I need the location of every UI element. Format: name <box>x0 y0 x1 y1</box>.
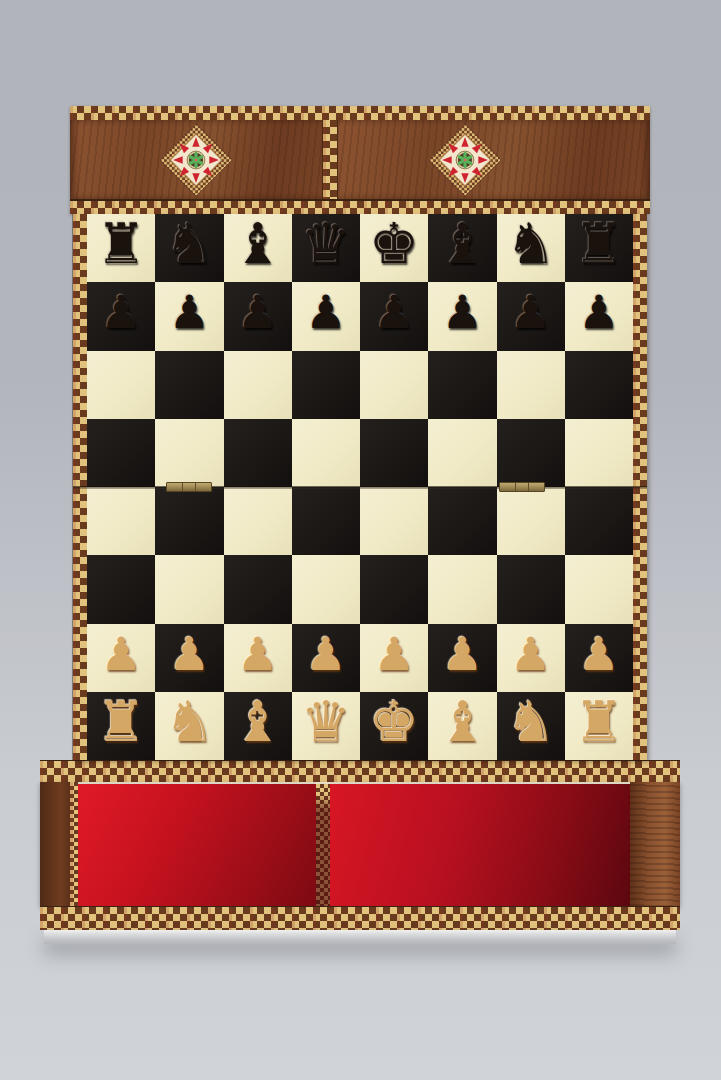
box-lid <box>70 106 650 214</box>
square-h2[interactable]: ♟ <box>565 624 633 692</box>
square-e5[interactable] <box>360 419 428 487</box>
square-d5[interactable] <box>292 419 360 487</box>
square-e1[interactable]: ♚ <box>360 692 428 760</box>
chess-box: ♜♞♝♛♚♝♞♜♟♟♟♟♟♟♟♟♟♟♟♟♟♟♟♟♜♞♝♛♚♝♞♜ <box>40 106 680 944</box>
tray-inner-edge <box>70 782 78 906</box>
square-f3[interactable] <box>428 555 496 623</box>
piece-white-pawn[interactable]: ♟ <box>237 631 278 677</box>
marquetry-border-board-bottom <box>40 760 680 782</box>
square-a7[interactable]: ♟ <box>87 282 155 350</box>
piece-black-bishop[interactable]: ♝ <box>233 216 283 272</box>
square-c6[interactable] <box>224 351 292 419</box>
lid-left-panel <box>70 120 322 199</box>
photo-background: { "game": "chess", "scene_description": … <box>0 0 721 1080</box>
marquetry-border-lid-bottom <box>70 200 650 214</box>
tray-divider <box>316 782 330 906</box>
piece-black-pawn[interactable]: ♟ <box>510 289 551 335</box>
piece-black-pawn[interactable]: ♟ <box>374 289 415 335</box>
piece-white-pawn[interactable]: ♟ <box>442 631 483 677</box>
piece-white-bishop[interactable]: ♝ <box>437 694 487 750</box>
square-e2[interactable]: ♟ <box>360 624 428 692</box>
board-fold-seam <box>73 486 647 489</box>
square-b1[interactable]: ♞ <box>155 692 223 760</box>
square-c4[interactable] <box>224 487 292 555</box>
square-a5[interactable] <box>87 419 155 487</box>
inlay-medallion-right <box>428 123 502 197</box>
square-f2[interactable]: ♟ <box>428 624 496 692</box>
square-f4[interactable] <box>428 487 496 555</box>
piece-white-knight[interactable]: ♞ <box>506 694 556 750</box>
tray-right-wall <box>630 782 680 906</box>
square-b6[interactable] <box>155 351 223 419</box>
square-e3[interactable] <box>360 555 428 623</box>
square-h7[interactable]: ♟ <box>565 282 633 350</box>
lid-right-panel <box>338 120 650 199</box>
piece-black-knight[interactable]: ♞ <box>506 216 556 272</box>
square-b8[interactable]: ♞ <box>155 214 223 282</box>
piece-black-king[interactable]: ♚ <box>369 216 419 272</box>
square-f8[interactable]: ♝ <box>428 214 496 282</box>
piece-white-queen[interactable]: ♛ <box>301 694 351 750</box>
square-d3[interactable] <box>292 555 360 623</box>
storage-tray <box>40 782 680 906</box>
piece-white-rook[interactable]: ♜ <box>574 694 624 750</box>
square-f5[interactable] <box>428 419 496 487</box>
square-h4[interactable] <box>565 487 633 555</box>
board-frame: ♜♞♝♛♚♝♞♜♟♟♟♟♟♟♟♟♟♟♟♟♟♟♟♟♜♞♝♛♚♝♞♜ <box>73 214 647 760</box>
lid-panels <box>70 120 650 200</box>
square-d2[interactable]: ♟ <box>292 624 360 692</box>
square-e8[interactable]: ♚ <box>360 214 428 282</box>
marquetry-border-top <box>70 106 650 120</box>
square-f6[interactable] <box>428 351 496 419</box>
square-h5[interactable] <box>565 419 633 487</box>
piece-white-king[interactable]: ♚ <box>369 694 419 750</box>
square-a8[interactable]: ♜ <box>87 214 155 282</box>
square-e6[interactable] <box>360 351 428 419</box>
piece-white-pawn[interactable]: ♟ <box>578 631 619 677</box>
square-g2[interactable]: ♟ <box>497 624 565 692</box>
square-e7[interactable]: ♟ <box>360 282 428 350</box>
square-b2[interactable]: ♟ <box>155 624 223 692</box>
piece-black-knight[interactable]: ♞ <box>164 216 214 272</box>
piece-black-pawn[interactable]: ♟ <box>101 289 142 335</box>
square-b3[interactable] <box>155 555 223 623</box>
inlay-medallion-left <box>159 123 233 197</box>
square-b4[interactable] <box>155 487 223 555</box>
box-front-edge <box>44 930 676 944</box>
piece-black-queen[interactable]: ♛ <box>301 216 351 272</box>
square-g4[interactable] <box>497 487 565 555</box>
square-c7[interactable]: ♟ <box>224 282 292 350</box>
square-c2[interactable]: ♟ <box>224 624 292 692</box>
piece-white-pawn[interactable]: ♟ <box>510 631 551 677</box>
brass-hinge-left <box>166 482 212 492</box>
square-a3[interactable] <box>87 555 155 623</box>
piece-white-rook[interactable]: ♜ <box>96 694 146 750</box>
piece-black-pawn[interactable]: ♟ <box>442 289 483 335</box>
square-g5[interactable] <box>497 419 565 487</box>
square-b5[interactable] <box>155 419 223 487</box>
piece-black-rook[interactable]: ♜ <box>96 216 146 272</box>
square-g8[interactable]: ♞ <box>497 214 565 282</box>
square-c3[interactable] <box>224 555 292 623</box>
square-d1[interactable]: ♛ <box>292 692 360 760</box>
square-h8[interactable]: ♜ <box>565 214 633 282</box>
square-e4[interactable] <box>360 487 428 555</box>
square-c1[interactable]: ♝ <box>224 692 292 760</box>
piece-black-pawn[interactable]: ♟ <box>305 289 346 335</box>
square-d4[interactable] <box>292 487 360 555</box>
square-g6[interactable] <box>497 351 565 419</box>
marquetry-border-tray-bottom <box>40 906 680 930</box>
piece-white-bishop[interactable]: ♝ <box>233 694 283 750</box>
lid-center-seam <box>322 120 338 199</box>
piece-black-pawn[interactable]: ♟ <box>169 289 210 335</box>
piece-white-pawn[interactable]: ♟ <box>169 631 210 677</box>
square-c5[interactable] <box>224 419 292 487</box>
piece-white-pawn[interactable]: ♟ <box>374 631 415 677</box>
piece-black-bishop[interactable]: ♝ <box>437 216 487 272</box>
square-a6[interactable] <box>87 351 155 419</box>
piece-white-knight[interactable]: ♞ <box>164 694 214 750</box>
square-b7[interactable]: ♟ <box>155 282 223 350</box>
square-c8[interactable]: ♝ <box>224 214 292 282</box>
square-h1[interactable]: ♜ <box>565 692 633 760</box>
square-h3[interactable] <box>565 555 633 623</box>
square-f1[interactable]: ♝ <box>428 692 496 760</box>
piece-white-pawn[interactable]: ♟ <box>305 631 346 677</box>
square-d8[interactable]: ♛ <box>292 214 360 282</box>
square-f7[interactable]: ♟ <box>428 282 496 350</box>
square-a4[interactable] <box>87 487 155 555</box>
square-d7[interactable]: ♟ <box>292 282 360 350</box>
square-h6[interactable] <box>565 351 633 419</box>
square-a2[interactable]: ♟ <box>87 624 155 692</box>
tray-right-compartment <box>330 782 630 906</box>
square-d6[interactable] <box>292 351 360 419</box>
square-g7[interactable]: ♟ <box>497 282 565 350</box>
tray-left-wall <box>40 782 70 906</box>
brass-hinge-right <box>499 482 545 492</box>
piece-black-pawn[interactable]: ♟ <box>578 289 619 335</box>
piece-black-rook[interactable]: ♜ <box>574 216 624 272</box>
tray-left-compartment <box>78 782 316 906</box>
square-g1[interactable]: ♞ <box>497 692 565 760</box>
piece-white-pawn[interactable]: ♟ <box>101 631 142 677</box>
piece-black-pawn[interactable]: ♟ <box>237 289 278 335</box>
square-g3[interactable] <box>497 555 565 623</box>
square-a1[interactable]: ♜ <box>87 692 155 760</box>
